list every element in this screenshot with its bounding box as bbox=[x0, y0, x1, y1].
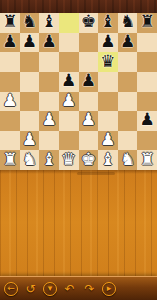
square-h3[interactable]: ♟ bbox=[137, 111, 157, 131]
square-f8[interactable]: ♝ bbox=[98, 13, 118, 33]
square-f7[interactable]: ♟ bbox=[98, 33, 118, 53]
piece-black-pawn: ♟ bbox=[100, 33, 115, 50]
square-d7[interactable] bbox=[59, 33, 79, 53]
piece-black-knight: ♞ bbox=[22, 13, 37, 30]
piece-white-queen: ♛ bbox=[61, 151, 76, 168]
square-d5[interactable]: ♟ bbox=[59, 72, 79, 92]
square-h8[interactable]: ♜ bbox=[137, 13, 157, 33]
square-d2[interactable] bbox=[59, 131, 79, 151]
piece-black-pawn: ♟ bbox=[120, 33, 135, 50]
chess-board: ♜♞♝♚♝♞♜♟♟♟♟♟♛♟♟♟♟♟♟♟♟♟♜♞♝♛♚♝♞♜ bbox=[0, 13, 157, 170]
flip-board-button[interactable]: ↺ bbox=[23, 281, 38, 296]
piece-white-knight: ♞ bbox=[22, 151, 37, 168]
square-e4[interactable] bbox=[79, 92, 99, 112]
square-b5[interactable] bbox=[20, 72, 40, 92]
square-e6[interactable] bbox=[79, 52, 99, 72]
square-e7[interactable] bbox=[79, 33, 99, 53]
square-b1[interactable]: ♞ bbox=[20, 150, 40, 170]
square-a8[interactable]: ♜ bbox=[0, 13, 20, 33]
square-f3[interactable] bbox=[98, 111, 118, 131]
menu-button[interactable]: ▾ bbox=[43, 282, 57, 296]
square-c2[interactable] bbox=[39, 131, 59, 151]
piece-white-pawn: ♟ bbox=[61, 92, 76, 109]
piece-white-king: ♚ bbox=[81, 151, 96, 168]
square-g7[interactable]: ♟ bbox=[118, 33, 138, 53]
square-e5[interactable]: ♟ bbox=[79, 72, 99, 92]
square-e8[interactable]: ♚ bbox=[79, 13, 99, 33]
square-d8[interactable] bbox=[59, 13, 79, 33]
square-h5[interactable] bbox=[137, 72, 157, 92]
square-a1[interactable]: ♜ bbox=[0, 150, 20, 170]
piece-white-bishop: ♝ bbox=[100, 151, 115, 168]
watermark-smudge bbox=[77, 172, 115, 175]
piece-black-pawn: ♟ bbox=[61, 72, 76, 89]
square-e1[interactable]: ♚ bbox=[79, 150, 99, 170]
piece-white-pawn: ♟ bbox=[100, 131, 115, 148]
square-c1[interactable]: ♝ bbox=[39, 150, 59, 170]
square-a7[interactable]: ♟ bbox=[0, 33, 20, 53]
square-g6[interactable] bbox=[118, 52, 138, 72]
square-e3[interactable]: ♟ bbox=[79, 111, 99, 131]
undo-move-button[interactable]: ↶ bbox=[62, 281, 77, 296]
square-h1[interactable]: ♜ bbox=[137, 150, 157, 170]
square-b7[interactable]: ♟ bbox=[20, 33, 40, 53]
square-d3[interactable] bbox=[59, 111, 79, 131]
piece-white-pawn: ♟ bbox=[41, 111, 56, 128]
piece-black-bishop: ♝ bbox=[41, 13, 56, 30]
square-b4[interactable] bbox=[20, 92, 40, 112]
bottom-toolbar: ←↺▾↶↷▸ bbox=[0, 276, 157, 300]
square-a3[interactable] bbox=[0, 111, 20, 131]
square-g2[interactable] bbox=[118, 131, 138, 151]
square-b2[interactable]: ♟ bbox=[20, 131, 40, 151]
square-a2[interactable] bbox=[0, 131, 20, 151]
square-h7[interactable] bbox=[137, 33, 157, 53]
piece-white-pawn: ♟ bbox=[2, 92, 17, 109]
piece-black-king: ♚ bbox=[81, 13, 96, 30]
square-h6[interactable] bbox=[137, 52, 157, 72]
piece-white-knight: ♞ bbox=[120, 151, 135, 168]
piece-white-pawn: ♟ bbox=[81, 111, 96, 128]
square-d6[interactable] bbox=[59, 52, 79, 72]
square-f6[interactable]: ♛ bbox=[98, 52, 118, 72]
square-f5[interactable] bbox=[98, 72, 118, 92]
piece-white-pawn: ♟ bbox=[22, 131, 37, 148]
square-g3[interactable] bbox=[118, 111, 138, 131]
redo-move-button[interactable]: ↷ bbox=[82, 281, 97, 296]
square-g5[interactable] bbox=[118, 72, 138, 92]
piece-white-rook: ♜ bbox=[140, 151, 155, 168]
piece-black-rook: ♜ bbox=[2, 13, 17, 30]
square-f2[interactable]: ♟ bbox=[98, 131, 118, 151]
square-f4[interactable] bbox=[98, 92, 118, 112]
piece-black-pawn: ♟ bbox=[22, 33, 37, 50]
square-c3[interactable]: ♟ bbox=[39, 111, 59, 131]
square-f1[interactable]: ♝ bbox=[98, 150, 118, 170]
square-h2[interactable] bbox=[137, 131, 157, 151]
piece-black-rook: ♜ bbox=[140, 13, 155, 30]
square-d4[interactable]: ♟ bbox=[59, 92, 79, 112]
piece-black-pawn: ♟ bbox=[81, 72, 96, 89]
piece-white-rook: ♜ bbox=[2, 151, 17, 168]
piece-white-bishop: ♝ bbox=[41, 151, 56, 168]
square-b8[interactable]: ♞ bbox=[20, 13, 40, 33]
square-c8[interactable]: ♝ bbox=[39, 13, 59, 33]
play-button[interactable]: ▸ bbox=[102, 282, 116, 296]
chess-app-screen: ♜♞♝♚♝♞♜♟♟♟♟♟♛♟♟♟♟♟♟♟♟♟♜♞♝♛♚♝♞♜ ←↺▾↶↷▸ bbox=[0, 0, 157, 300]
square-b6[interactable] bbox=[20, 52, 40, 72]
square-g4[interactable] bbox=[118, 92, 138, 112]
square-c6[interactable] bbox=[39, 52, 59, 72]
square-e2[interactable] bbox=[79, 131, 99, 151]
piece-black-pawn: ♟ bbox=[41, 33, 56, 50]
square-a4[interactable]: ♟ bbox=[0, 92, 20, 112]
square-h4[interactable] bbox=[137, 92, 157, 112]
square-g1[interactable]: ♞ bbox=[118, 150, 138, 170]
square-a6[interactable] bbox=[0, 52, 20, 72]
square-c5[interactable] bbox=[39, 72, 59, 92]
square-b3[interactable] bbox=[20, 111, 40, 131]
piece-black-knight: ♞ bbox=[120, 13, 135, 30]
square-g8[interactable]: ♞ bbox=[118, 13, 138, 33]
square-c7[interactable]: ♟ bbox=[39, 33, 59, 53]
piece-black-bishop: ♝ bbox=[100, 13, 115, 30]
piece-black-queen: ♛ bbox=[100, 53, 115, 70]
square-c4[interactable] bbox=[39, 92, 59, 112]
square-d1[interactable]: ♛ bbox=[59, 150, 79, 170]
back-button[interactable]: ← bbox=[4, 282, 18, 296]
piece-black-pawn: ♟ bbox=[2, 33, 17, 50]
piece-black-pawn: ♟ bbox=[140, 111, 155, 128]
top-wood-strip bbox=[0, 0, 157, 13]
square-a5[interactable] bbox=[0, 72, 20, 92]
